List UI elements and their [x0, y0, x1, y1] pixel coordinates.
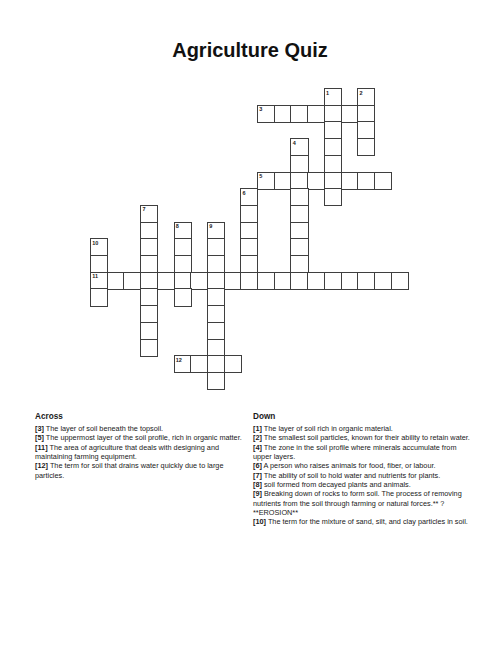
clue-text: The uppermost layer of the soil profile,…	[44, 433, 242, 442]
grid-cell-c5-r12[interactable]	[174, 288, 192, 306]
down-clue-9: [9] Breaking down of rocks to form soil.…	[253, 489, 474, 517]
grid-cell-c10-r5[interactable]: 5	[257, 172, 275, 190]
clue-number-3: 3	[259, 106, 262, 112]
grid-cell-c7-r8[interactable]: 9	[207, 222, 225, 240]
grid-cell-c7-r13[interactable]	[207, 305, 225, 323]
clue-text: The term for soil that drains water quic…	[35, 461, 223, 479]
grid-cell-c9-r7[interactable]	[240, 205, 258, 223]
grid-cell-c10-r1[interactable]: 3	[257, 105, 275, 123]
grid-cell-c16-r5[interactable]	[357, 172, 375, 190]
grid-cell-c12-r5[interactable]	[290, 172, 308, 190]
grid-cell-c4-r11[interactable]	[157, 272, 175, 290]
clue-text: The ability of soil to hold water and nu…	[262, 471, 440, 480]
grid-cell-c7-r15[interactable]	[207, 339, 225, 357]
clue-text: The layer of soil rich in organic materi…	[262, 424, 393, 433]
clue-label: [4]	[253, 443, 262, 452]
grid-cell-c6-r16[interactable]	[190, 355, 208, 373]
grid-cell-c17-r11[interactable]	[374, 272, 392, 290]
grid-cell-c14-r0[interactable]: 1	[324, 88, 342, 106]
grid-cell-c14-r2[interactable]	[324, 121, 342, 139]
clue-label: [12]	[35, 461, 48, 470]
down-clue-1: [1] The layer of soil rich in organic ma…	[253, 424, 474, 433]
clue-text: soil formed from decayed plants and anim…	[262, 480, 411, 489]
grid-cell-c14-r3[interactable]	[324, 138, 342, 156]
clue-text: The layer of soil beneath the topsoil.	[44, 424, 163, 433]
down-clue-7: [7] The ability of soil to hold water an…	[253, 471, 474, 480]
clue-text: A person who raises animals for food, fi…	[262, 461, 436, 470]
clue-number-8: 8	[176, 223, 179, 229]
clue-number-11: 11	[92, 273, 98, 279]
grid-cell-c9-r8[interactable]	[240, 222, 258, 240]
clue-label: [10]	[253, 517, 266, 526]
clue-number-7: 7	[142, 206, 145, 212]
grid-cell-c14-r4[interactable]	[324, 155, 342, 173]
across-clue-list: [3] The layer of soil beneath the topsoi…	[35, 424, 249, 480]
grid-cell-c16-r0[interactable]: 2	[357, 88, 375, 106]
clue-label: [9]	[253, 489, 262, 498]
grid-cell-c13-r5[interactable]	[307, 172, 325, 190]
grid-cell-c3-r14[interactable]	[140, 322, 158, 340]
down-clue-list: [1] The layer of soil rich in organic ma…	[253, 424, 474, 527]
grid-cell-c16-r2[interactable]	[357, 121, 375, 139]
grid-cell-c5-r9[interactable]	[174, 238, 192, 256]
grid-cell-c16-r1[interactable]	[357, 105, 375, 123]
grid-cell-c11-r11[interactable]	[274, 272, 292, 290]
grid-cell-c14-r11[interactable]	[324, 272, 342, 290]
clue-number-4: 4	[293, 140, 296, 146]
grid-cell-c16-r3[interactable]	[357, 138, 375, 156]
down-clue-4: [4] The zone in the soil profile where m…	[253, 443, 474, 462]
grid-cell-c15-r1[interactable]	[341, 105, 359, 123]
grid-cell-c0-r11[interactable]: 11	[90, 272, 108, 290]
grid-cell-c8-r11[interactable]	[224, 272, 242, 290]
grid-cell-c14-r5[interactable]	[324, 172, 342, 190]
grid-cell-c12-r1[interactable]	[290, 105, 308, 123]
clue-number-5: 5	[259, 173, 262, 179]
down-clue-2: [2] The smallest soil particles, known f…	[253, 433, 474, 442]
grid-cell-c3-r11[interactable]	[140, 272, 158, 290]
grid-cell-c7-r10[interactable]	[207, 255, 225, 273]
grid-cell-c9-r6[interactable]: 6	[240, 188, 258, 206]
grid-cell-c14-r6[interactable]	[324, 188, 342, 206]
grid-cell-c18-r11[interactable]	[391, 272, 409, 290]
grid-cell-c16-r11[interactable]	[357, 272, 375, 290]
grid-cell-c12-r11[interactable]	[290, 272, 308, 290]
grid-cell-c12-r6[interactable]	[290, 188, 308, 206]
grid-cell-c6-r11[interactable]	[190, 272, 208, 290]
grid-cell-c0-r9[interactable]: 10	[90, 238, 108, 256]
grid-cell-c5-r11[interactable]	[174, 272, 192, 290]
clue-text: The area of agriculture that deals with …	[35, 443, 219, 461]
grid-cell-c12-r7[interactable]	[290, 205, 308, 223]
grid-cell-c17-r5[interactable]	[374, 172, 392, 190]
grid-cell-c5-r16[interactable]: 12	[174, 355, 192, 373]
grid-cell-c9-r9[interactable]	[240, 238, 258, 256]
clue-label: [6]	[253, 461, 262, 470]
grid-cell-c3-r13[interactable]	[140, 305, 158, 323]
across-clue-12: [12] The term for soil that drains water…	[35, 461, 249, 480]
grid-cell-c8-r16[interactable]	[224, 355, 242, 373]
clue-label: [8]	[253, 480, 262, 489]
clue-label: [7]	[253, 471, 262, 480]
across-header: Across	[35, 412, 249, 421]
across-clue-3: [3] The layer of soil beneath the topsoi…	[35, 424, 249, 433]
grid-cell-c3-r15[interactable]	[140, 339, 158, 357]
down-clues-section: Down [1] The layer of soil rich in organ…	[253, 412, 474, 527]
page: Agriculture Quiz 123456789101112 Across …	[0, 0, 500, 647]
grid-cell-c7-r14[interactable]	[207, 322, 225, 340]
grid-cell-c11-r1[interactable]	[274, 105, 292, 123]
grid-cell-c5-r10[interactable]	[174, 255, 192, 273]
clue-number-9: 9	[209, 223, 212, 229]
grid-cell-c0-r10[interactable]	[90, 255, 108, 273]
grid-cell-c0-r12[interactable]	[90, 288, 108, 306]
grid-cell-c7-r16[interactable]	[207, 355, 225, 373]
grid-cell-c7-r9[interactable]	[207, 238, 225, 256]
clue-number-6: 6	[243, 190, 246, 196]
clue-number-12: 12	[176, 357, 182, 363]
grid-cell-c12-r3[interactable]: 4	[290, 138, 308, 156]
across-clue-5: [5] The uppermost layer of the soil prof…	[35, 433, 249, 442]
clue-number-1: 1	[326, 90, 329, 96]
grid-cell-c10-r11[interactable]	[257, 272, 275, 290]
grid-cell-c12-r9[interactable]	[290, 238, 308, 256]
grid-cell-c15-r11[interactable]	[341, 272, 359, 290]
down-clue-8: [8] soil formed from decayed plants and …	[253, 480, 474, 489]
grid-cell-c13-r11[interactable]	[307, 272, 325, 290]
down-header: Down	[253, 412, 474, 421]
clue-text: Breaking down of rocks to form soil. The…	[253, 489, 462, 517]
clue-label: [3]	[35, 424, 44, 433]
grid-cell-c12-r8[interactable]	[290, 222, 308, 240]
grid-cell-c5-r8[interactable]: 8	[174, 222, 192, 240]
grid-cell-c9-r11[interactable]	[240, 272, 258, 290]
grid-cell-c3-r9[interactable]	[140, 238, 158, 256]
grid-cell-c2-r11[interactable]	[123, 272, 141, 290]
grid-cell-c7-r12[interactable]	[207, 288, 225, 306]
grid-cell-c3-r10[interactable]	[140, 255, 158, 273]
clue-number-2: 2	[359, 90, 362, 96]
clue-label: [2]	[253, 433, 262, 442]
grid-cell-c7-r17[interactable]	[207, 372, 225, 390]
across-clue-11: [11] The area of agriculture that deals …	[35, 443, 249, 462]
down-clue-6: [6] A person who raises animals for food…	[253, 461, 474, 470]
clue-number-10: 10	[92, 240, 98, 246]
across-clues-section: Across [3] The layer of soil beneath the…	[35, 412, 249, 480]
grid-cell-c14-r1[interactable]	[324, 105, 342, 123]
clue-text: The term for the mixture of sand, silt, …	[266, 517, 468, 526]
grid-cell-c15-r5[interactable]	[341, 172, 359, 190]
grid-cell-c3-r12[interactable]	[140, 288, 158, 306]
down-clue-10: [10] The term for the mixture of sand, s…	[253, 517, 474, 526]
clue-label: [11]	[35, 443, 48, 452]
grid-cell-c3-r7[interactable]: 7	[140, 205, 158, 223]
grid-cell-c11-r5[interactable]	[274, 172, 292, 190]
grid-cell-c9-r10[interactable]	[240, 255, 258, 273]
grid-cell-c7-r11[interactable]	[207, 272, 225, 290]
clue-label: [1]	[253, 424, 262, 433]
puzzle-title: Agriculture Quiz	[0, 39, 500, 62]
clue-text: The zone in the soil profile where miner…	[253, 443, 456, 461]
clue-label: [5]	[35, 433, 44, 442]
grid-cell-c1-r11[interactable]	[107, 272, 125, 290]
grid-cell-c12-r10[interactable]	[290, 255, 308, 273]
clue-text: The smallest soil particles, known for t…	[262, 433, 470, 442]
grid-cell-c3-r8[interactable]	[140, 222, 158, 240]
grid-cell-c12-r4[interactable]	[290, 155, 308, 173]
grid-cell-c13-r1[interactable]	[307, 105, 325, 123]
